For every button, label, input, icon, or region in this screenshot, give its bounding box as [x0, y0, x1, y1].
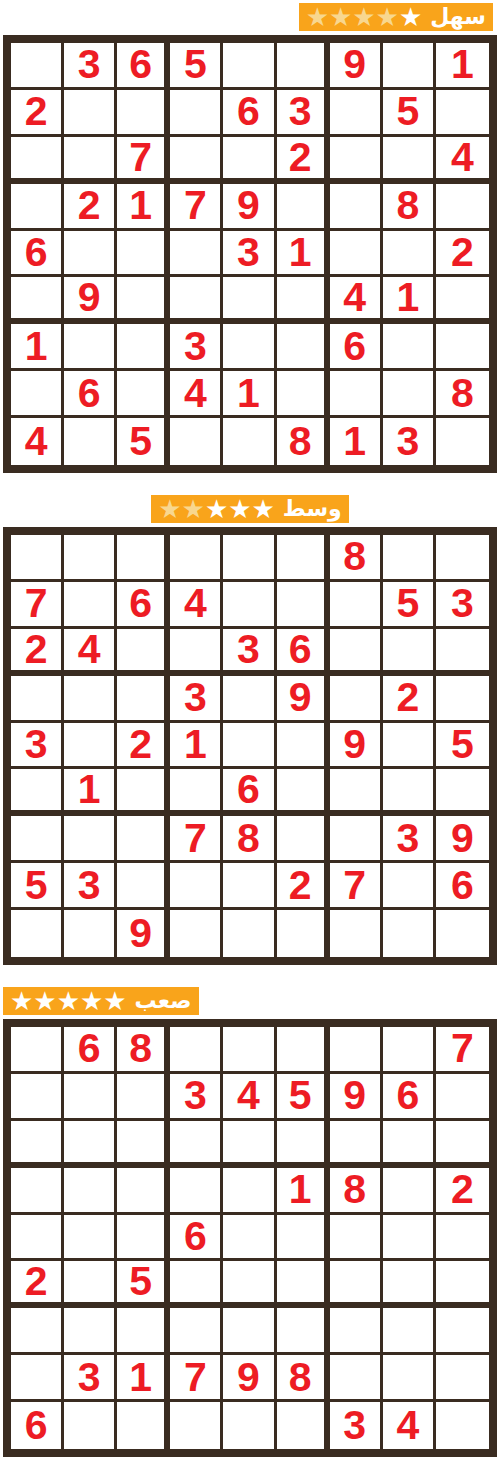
cell-r5c1[interactable]: 6 — [11, 231, 64, 278]
cell-r3c1[interactable] — [11, 1121, 64, 1168]
cell-r3c2[interactable] — [64, 1121, 117, 1168]
cell-r6c5[interactable]: 6 — [223, 769, 276, 816]
difficulty-stars: ★★★★★ — [306, 4, 423, 30]
cell-r4c3[interactable] — [117, 1168, 170, 1215]
cell-r9c4[interactable] — [170, 1402, 223, 1449]
cell-r7c7[interactable]: 6 — [330, 324, 383, 371]
cell-r6c5[interactable] — [223, 1261, 276, 1308]
difficulty-stars: ★★★★★ — [158, 496, 275, 522]
difficulty-label: وسط — [283, 495, 342, 523]
cell-r9c7[interactable]: 1 — [330, 418, 383, 465]
cell-r9c5[interactable] — [223, 418, 276, 465]
cell-r5c6[interactable]: 1 — [277, 231, 330, 278]
cell-r8c2[interactable]: 6 — [64, 371, 117, 418]
star-filled-icon: ★ — [399, 4, 422, 30]
cell-r3c8[interactable] — [383, 137, 436, 184]
sudoku-board: 876453243639232195167839532769 — [3, 527, 497, 965]
cell-r8c9[interactable] — [436, 1355, 489, 1402]
cell-r8c8[interactable] — [383, 371, 436, 418]
cell-r3c6[interactable] — [277, 1121, 330, 1168]
cell-r8c5[interactable]: 9 — [223, 1355, 276, 1402]
cell-r4c3[interactable] — [117, 676, 170, 723]
cell-r6c1[interactable]: 2 — [11, 1261, 64, 1308]
cell-r3c7[interactable] — [330, 1121, 383, 1168]
cell-r9c1[interactable]: 4 — [11, 418, 64, 465]
star-empty-icon: ★ — [158, 496, 181, 522]
cell-r5c7[interactable] — [330, 1215, 383, 1262]
cell-r7c6[interactable] — [277, 1308, 330, 1355]
cell-r4c4[interactable]: 7 — [170, 184, 223, 231]
cell-r6c9[interactable] — [436, 769, 489, 816]
cell-r7c1[interactable] — [11, 816, 64, 863]
cell-r2c6[interactable]: 5 — [277, 1074, 330, 1121]
cell-r9c8[interactable] — [383, 910, 436, 957]
cell-r1c3[interactable]: 8 — [117, 1027, 170, 1074]
cell-r1c8[interactable] — [383, 535, 436, 582]
badge-row: ★★★★★ صعب — [3, 987, 497, 1015]
cell-r6c6[interactable] — [277, 1261, 330, 1308]
cell-r9c8[interactable]: 3 — [383, 418, 436, 465]
cell-r6c5[interactable] — [223, 277, 276, 324]
cell-r3c5[interactable]: 3 — [223, 629, 276, 676]
cell-r1c6[interactable] — [277, 43, 330, 90]
cell-r3c7[interactable] — [330, 629, 383, 676]
cell-r5c9[interactable]: 2 — [436, 231, 489, 278]
cell-r6c4[interactable] — [170, 1261, 223, 1308]
cell-r7c2[interactable] — [64, 324, 117, 371]
cell-r9c3[interactable] — [117, 1402, 170, 1449]
cell-r8c7[interactable]: 7 — [330, 863, 383, 910]
cell-r6c2[interactable] — [64, 1261, 117, 1308]
cell-r9c2[interactable] — [64, 910, 117, 957]
cell-r4c4[interactable] — [170, 1168, 223, 1215]
cell-r1c3[interactable]: 6 — [117, 43, 170, 90]
cell-r4c2[interactable] — [64, 1168, 117, 1215]
cell-r7c1[interactable]: 1 — [11, 324, 64, 371]
star-filled-icon: ★ — [80, 988, 103, 1014]
cell-r9c7[interactable] — [330, 910, 383, 957]
cell-r8c6[interactable] — [277, 371, 330, 418]
star-empty-icon: ★ — [376, 4, 399, 30]
cell-r6c8[interactable] — [383, 769, 436, 816]
cell-r2c2[interactable] — [64, 90, 117, 137]
cell-r5c5[interactable] — [223, 723, 276, 770]
cell-r8c2[interactable]: 3 — [64, 863, 117, 910]
cell-r3c9[interactable]: 4 — [436, 137, 489, 184]
cell-r4c1[interactable] — [11, 676, 64, 723]
cell-r1c8[interactable] — [383, 1027, 436, 1074]
cell-r2c5[interactable]: 4 — [223, 1074, 276, 1121]
cell-r5c6[interactable] — [277, 1215, 330, 1262]
cell-r7c4[interactable]: 7 — [170, 816, 223, 863]
cell-r6c7[interactable] — [330, 769, 383, 816]
cell-r9c5[interactable] — [223, 910, 276, 957]
cell-r2c3[interactable] — [117, 90, 170, 137]
cell-r2c3[interactable]: 6 — [117, 582, 170, 629]
cell-r3c1[interactable] — [11, 137, 64, 184]
cell-r8c3[interactable] — [117, 863, 170, 910]
cell-r2c7[interactable] — [330, 90, 383, 137]
cell-r6c8[interactable]: 1 — [383, 277, 436, 324]
cell-r4c4[interactable]: 3 — [170, 676, 223, 723]
cell-r3c4[interactable] — [170, 629, 223, 676]
cell-r6c4[interactable] — [170, 769, 223, 816]
sudoku-board: 6873459618262531798634 — [3, 1019, 497, 1457]
cell-r1c5[interactable] — [223, 535, 276, 582]
star-empty-icon: ★ — [352, 4, 375, 30]
cell-r6c6[interactable] — [277, 769, 330, 816]
cell-r7c7[interactable] — [330, 816, 383, 863]
cell-r4c2[interactable]: 2 — [64, 184, 117, 231]
cell-r1c5[interactable] — [223, 43, 276, 90]
cell-r2c9[interactable]: 3 — [436, 582, 489, 629]
cell-r4c1[interactable] — [11, 1168, 64, 1215]
cell-r7c9[interactable] — [436, 1308, 489, 1355]
cell-r9c1[interactable] — [11, 910, 64, 957]
star-filled-icon: ★ — [252, 496, 275, 522]
cell-r4c7[interactable] — [330, 676, 383, 723]
cell-r9c2[interactable] — [64, 418, 117, 465]
cell-r9c6[interactable] — [277, 1402, 330, 1449]
cell-r5c9[interactable]: 5 — [436, 723, 489, 770]
cell-r5c4[interactable]: 1 — [170, 723, 223, 770]
cell-r9c3[interactable]: 5 — [117, 418, 170, 465]
star-filled-icon: ★ — [57, 988, 80, 1014]
cell-r8c8[interactable] — [383, 863, 436, 910]
cell-r2c1[interactable] — [11, 1074, 64, 1121]
cell-r3c7[interactable] — [330, 137, 383, 184]
cell-r8c2[interactable]: 3 — [64, 1355, 117, 1402]
cell-r1c2[interactable]: 6 — [64, 1027, 117, 1074]
cell-r8c1[interactable]: 5 — [11, 863, 64, 910]
cell-r5c8[interactable] — [383, 231, 436, 278]
cell-r7c1[interactable] — [11, 1308, 64, 1355]
cell-r6c4[interactable] — [170, 277, 223, 324]
cell-r3c4[interactable] — [170, 137, 223, 184]
cell-r4c7[interactable] — [330, 184, 383, 231]
cell-r3c2[interactable]: 4 — [64, 629, 117, 676]
cell-r4c6[interactable]: 9 — [277, 676, 330, 723]
cell-r5c3[interactable] — [117, 231, 170, 278]
cell-r6c3[interactable] — [117, 769, 170, 816]
cell-r8c9[interactable]: 6 — [436, 863, 489, 910]
cell-r1c6[interactable] — [277, 535, 330, 582]
cell-r4c7[interactable]: 8 — [330, 1168, 383, 1215]
cell-r7c5[interactable] — [223, 1308, 276, 1355]
difficulty-label: سهل — [430, 3, 486, 31]
cell-r2c5[interactable] — [223, 582, 276, 629]
cell-r8c1[interactable] — [11, 371, 64, 418]
cell-r9c7[interactable]: 3 — [330, 1402, 383, 1449]
cell-r2c8[interactable]: 5 — [383, 582, 436, 629]
difficulty-badge: ★★★★★ صعب — [3, 987, 199, 1015]
badge-row: ★★★★★ سهل — [3, 3, 497, 31]
star-filled-icon: ★ — [10, 988, 33, 1014]
cell-r5c5[interactable] — [223, 1215, 276, 1262]
cell-r1c9[interactable] — [436, 535, 489, 582]
cell-r4c8[interactable] — [383, 1168, 436, 1215]
cell-r9c4[interactable] — [170, 418, 223, 465]
cell-r2c1[interactable]: 2 — [11, 90, 64, 137]
cell-r6c9[interactable] — [436, 277, 489, 324]
sudoku-board: 365912635724217986312941136641845813 — [3, 35, 497, 473]
cell-r7c6[interactable] — [277, 324, 330, 371]
cell-r4c8[interactable]: 8 — [383, 184, 436, 231]
cell-r7c8[interactable]: 3 — [383, 816, 436, 863]
cell-r7c2[interactable] — [64, 1308, 117, 1355]
cell-r1c7[interactable]: 9 — [330, 43, 383, 90]
cell-r6c8[interactable] — [383, 1261, 436, 1308]
cell-r1c9[interactable]: 1 — [436, 43, 489, 90]
star-filled-icon: ★ — [103, 988, 126, 1014]
cell-r7c9[interactable]: 9 — [436, 816, 489, 863]
cell-r1c1[interactable] — [11, 535, 64, 582]
cell-r2c9[interactable] — [436, 90, 489, 137]
star-empty-icon: ★ — [329, 4, 352, 30]
cell-r6c7[interactable] — [330, 1261, 383, 1308]
cell-r5c1[interactable] — [11, 1215, 64, 1262]
cell-r6c1[interactable] — [11, 769, 64, 816]
cell-r4c6[interactable]: 1 — [277, 1168, 330, 1215]
cell-r7c5[interactable] — [223, 324, 276, 371]
cell-r5c4[interactable]: 6 — [170, 1215, 223, 1262]
cell-r1c1[interactable] — [11, 1027, 64, 1074]
cell-r6c7[interactable]: 4 — [330, 277, 383, 324]
cell-r5c1[interactable]: 3 — [11, 723, 64, 770]
star-filled-icon: ★ — [33, 988, 56, 1014]
cell-r8c1[interactable] — [11, 1355, 64, 1402]
cell-r2c1[interactable]: 7 — [11, 582, 64, 629]
cell-r5c9[interactable] — [436, 1215, 489, 1262]
cell-r2c7[interactable]: 9 — [330, 1074, 383, 1121]
cell-r7c3[interactable] — [117, 1308, 170, 1355]
cell-r5c7[interactable] — [330, 231, 383, 278]
cell-r8c4[interactable]: 7 — [170, 1355, 223, 1402]
cell-r6c3[interactable] — [117, 277, 170, 324]
cell-r9c6[interactable] — [277, 910, 330, 957]
cell-r8c7[interactable] — [330, 371, 383, 418]
cell-r3c4[interactable] — [170, 1121, 223, 1168]
cell-r3c8[interactable] — [383, 1121, 436, 1168]
cell-r5c7[interactable]: 9 — [330, 723, 383, 770]
cell-r3c9[interactable] — [436, 629, 489, 676]
cell-r1c7[interactable] — [330, 1027, 383, 1074]
cell-r5c2[interactable] — [64, 723, 117, 770]
cell-r3c6[interactable]: 6 — [277, 629, 330, 676]
cell-r4c6[interactable] — [277, 184, 330, 231]
cell-r2c3[interactable] — [117, 1074, 170, 1121]
cell-r4c8[interactable]: 2 — [383, 676, 436, 723]
cell-r1c4[interactable] — [170, 535, 223, 582]
cell-r3c1[interactable]: 2 — [11, 629, 64, 676]
cell-r9c9[interactable] — [436, 910, 489, 957]
cell-r7c5[interactable]: 8 — [223, 816, 276, 863]
cell-r1c5[interactable] — [223, 1027, 276, 1074]
cell-r8c6[interactable]: 2 — [277, 863, 330, 910]
cell-r3c2[interactable] — [64, 137, 117, 184]
difficulty-badge: ★★★★★ وسط — [151, 495, 348, 523]
cell-r9c8[interactable]: 4 — [383, 1402, 436, 1449]
cell-r2c7[interactable] — [330, 582, 383, 629]
cell-r2c2[interactable] — [64, 1074, 117, 1121]
cell-r7c3[interactable] — [117, 324, 170, 371]
cell-r3c3[interactable] — [117, 629, 170, 676]
cell-r3c6[interactable]: 2 — [277, 137, 330, 184]
cell-r2c6[interactable]: 3 — [277, 90, 330, 137]
cell-r3c8[interactable] — [383, 629, 436, 676]
cell-r7c8[interactable] — [383, 1308, 436, 1355]
cell-r8c9[interactable]: 8 — [436, 371, 489, 418]
star-empty-icon: ★ — [182, 496, 205, 522]
cell-r5c6[interactable] — [277, 723, 330, 770]
cell-r4c2[interactable] — [64, 676, 117, 723]
badge-row: ★★★★★ وسط — [3, 495, 497, 523]
cell-r8c6[interactable]: 8 — [277, 1355, 330, 1402]
cell-r1c4[interactable]: 5 — [170, 43, 223, 90]
cell-r1c2[interactable]: 3 — [64, 43, 117, 90]
cell-r8c7[interactable] — [330, 1355, 383, 1402]
puzzle-section-hard: ★★★★★ صعب 6873459618262531798634 — [3, 987, 497, 1457]
cell-r5c3[interactable]: 2 — [117, 723, 170, 770]
cell-r6c1[interactable] — [11, 277, 64, 324]
cell-r7c9[interactable] — [436, 324, 489, 371]
puzzle-section-medium: ★★★★★ وسط 876453243639232195167839532769 — [3, 495, 497, 965]
cell-r3c5[interactable] — [223, 1121, 276, 1168]
cell-r4c9[interactable] — [436, 676, 489, 723]
puzzle-section-easy: ★★★★★ سهل 365912635724217986312941136641… — [3, 3, 497, 473]
cell-r1c9[interactable]: 7 — [436, 1027, 489, 1074]
cell-r2c4[interactable]: 4 — [170, 582, 223, 629]
star-filled-icon: ★ — [228, 496, 251, 522]
cell-r3c3[interactable] — [117, 1121, 170, 1168]
cell-r2c9[interactable] — [436, 1074, 489, 1121]
cell-r2c4[interactable]: 3 — [170, 1074, 223, 1121]
cell-r1c4[interactable] — [170, 1027, 223, 1074]
sudoku-page: ★★★★★ سهل 365912635724217986312941136641… — [0, 0, 500, 1457]
cell-r5c4[interactable] — [170, 231, 223, 278]
cell-r7c7[interactable] — [330, 1308, 383, 1355]
cell-r4c5[interactable] — [223, 1168, 276, 1215]
cell-r8c4[interactable]: 4 — [170, 371, 223, 418]
cell-r6c6[interactable] — [277, 277, 330, 324]
cell-r9c5[interactable] — [223, 1402, 276, 1449]
cell-r4c5[interactable] — [223, 676, 276, 723]
cell-r4c3[interactable]: 1 — [117, 184, 170, 231]
cell-r6c9[interactable] — [436, 1261, 489, 1308]
cell-r7c6[interactable] — [277, 816, 330, 863]
cell-r2c4[interactable] — [170, 90, 223, 137]
cell-r1c1[interactable] — [11, 43, 64, 90]
cell-r3c9[interactable] — [436, 1121, 489, 1168]
cell-r1c6[interactable] — [277, 1027, 330, 1074]
cell-r5c5[interactable]: 3 — [223, 231, 276, 278]
cell-r9c9[interactable] — [436, 1402, 489, 1449]
cell-r1c7[interactable]: 8 — [330, 535, 383, 582]
cell-r7c2[interactable] — [64, 816, 117, 863]
cell-r7c4[interactable] — [170, 1308, 223, 1355]
cell-r1c2[interactable] — [64, 535, 117, 582]
cell-r9c6[interactable]: 8 — [277, 418, 330, 465]
cell-r6c2[interactable]: 9 — [64, 277, 117, 324]
cell-r9c3[interactable]: 9 — [117, 910, 170, 957]
cell-r3c3[interactable]: 7 — [117, 137, 170, 184]
cell-r4c9[interactable] — [436, 184, 489, 231]
cell-r8c3[interactable] — [117, 371, 170, 418]
cell-r5c8[interactable] — [383, 1215, 436, 1262]
star-empty-icon: ★ — [306, 4, 329, 30]
cell-r1c3[interactable] — [117, 535, 170, 582]
cell-r8c5[interactable] — [223, 863, 276, 910]
cell-r9c4[interactable] — [170, 910, 223, 957]
cell-r8c8[interactable] — [383, 1355, 436, 1402]
cell-r2c8[interactable]: 6 — [383, 1074, 436, 1121]
cell-r7c4[interactable]: 3 — [170, 324, 223, 371]
cell-r8c4[interactable] — [170, 863, 223, 910]
cell-r2c5[interactable]: 6 — [223, 90, 276, 137]
cell-r9c9[interactable] — [436, 418, 489, 465]
cell-r1c8[interactable] — [383, 43, 436, 90]
cell-r6c3[interactable]: 5 — [117, 1261, 170, 1308]
cell-r2c6[interactable] — [277, 582, 330, 629]
difficulty-stars: ★★★★★ — [10, 988, 127, 1014]
cell-r7c8[interactable] — [383, 324, 436, 371]
cell-r7c3[interactable] — [117, 816, 170, 863]
cell-r4c5[interactable]: 9 — [223, 184, 276, 231]
cell-r5c2[interactable] — [64, 231, 117, 278]
cell-r6c2[interactable]: 1 — [64, 769, 117, 816]
cell-r5c8[interactable] — [383, 723, 436, 770]
cell-r8c5[interactable]: 1 — [223, 371, 276, 418]
cell-r8c3[interactable]: 1 — [117, 1355, 170, 1402]
cell-r5c3[interactable] — [117, 1215, 170, 1262]
cell-r3c5[interactable] — [223, 137, 276, 184]
cell-r9c2[interactable] — [64, 1402, 117, 1449]
cell-r4c9[interactable]: 2 — [436, 1168, 489, 1215]
cell-r2c2[interactable] — [64, 582, 117, 629]
cell-r2c8[interactable]: 5 — [383, 90, 436, 137]
star-filled-icon: ★ — [205, 496, 228, 522]
cell-r9c1[interactable]: 6 — [11, 1402, 64, 1449]
cell-r5c2[interactable] — [64, 1215, 117, 1262]
difficulty-label: صعب — [135, 987, 192, 1015]
cell-r4c1[interactable] — [11, 184, 64, 231]
difficulty-badge: ★★★★★ سهل — [299, 3, 493, 31]
